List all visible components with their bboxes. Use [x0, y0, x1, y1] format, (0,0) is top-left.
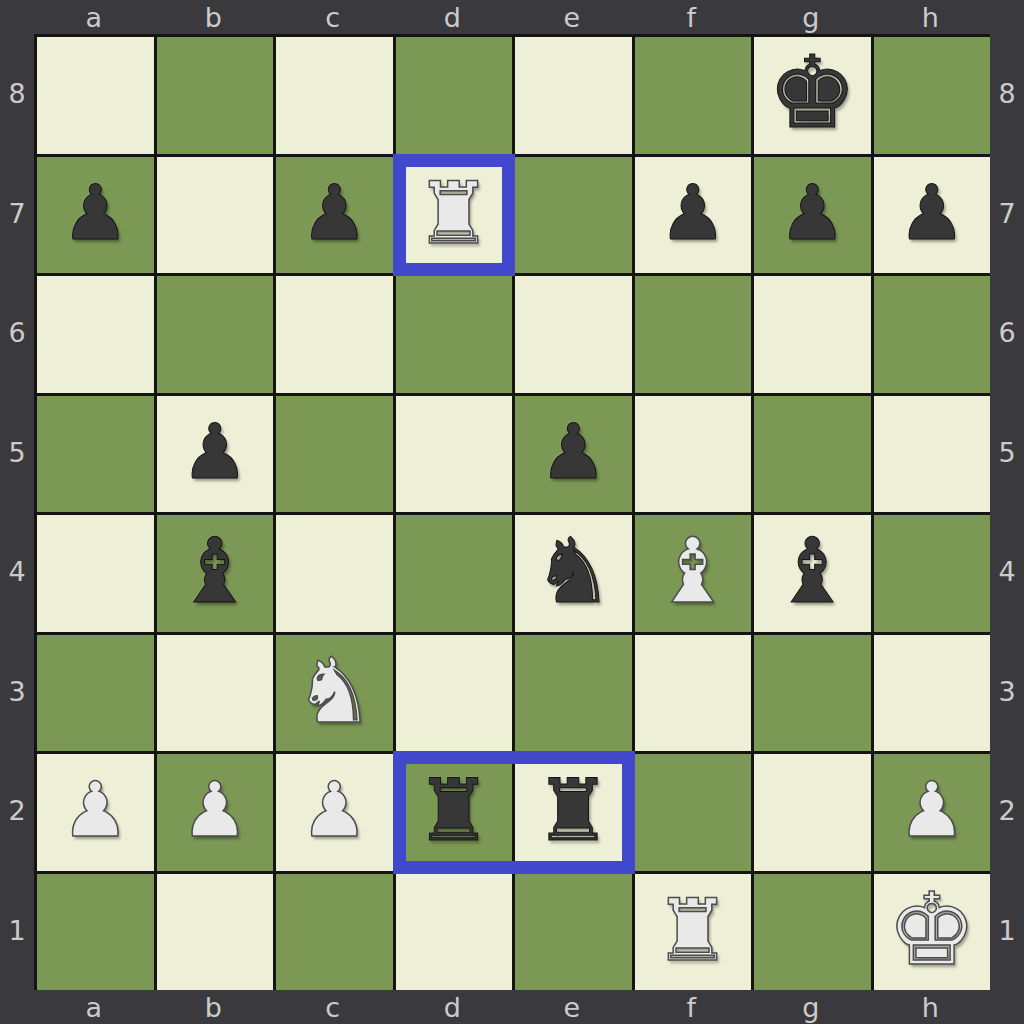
white-rook-d7[interactable]: ♜ — [415, 170, 492, 256]
black-pawn-e5[interactable]: ♟ — [539, 414, 607, 490]
square-g1[interactable] — [754, 874, 871, 991]
white-knight-c3[interactable]: ♞ — [294, 646, 375, 736]
square-g8[interactable]: ♚ — [754, 37, 871, 154]
rank-label-8: 8 — [990, 34, 1024, 154]
file-label-f: f — [632, 0, 752, 34]
square-c3[interactable]: ♞ — [276, 635, 393, 752]
file-label-d: d — [393, 0, 513, 34]
chess-board: ♚♟♟♜♟♟♟♟♟♝♞♝♝♞♟♟♟♜♜♟♜♚ — [34, 34, 990, 990]
rank-label-7: 7 — [990, 154, 1024, 274]
square-g2[interactable] — [754, 754, 871, 871]
square-a3[interactable] — [37, 635, 154, 752]
white-pawn-h2[interactable]: ♟ — [898, 772, 966, 848]
square-f2[interactable] — [635, 754, 752, 871]
file-label-d: d — [393, 990, 513, 1024]
rank-label-2: 2 — [990, 751, 1024, 871]
square-c2[interactable]: ♟ — [276, 754, 393, 871]
square-c8[interactable] — [276, 37, 393, 154]
file-labels-top: abcdefgh — [34, 0, 990, 34]
white-pawn-a2[interactable]: ♟ — [61, 772, 129, 848]
square-a1[interactable] — [37, 874, 154, 991]
square-h2[interactable]: ♟ — [874, 754, 991, 871]
black-bishop-g4[interactable]: ♝ — [772, 526, 853, 616]
square-c1[interactable] — [276, 874, 393, 991]
file-label-g: g — [751, 990, 871, 1024]
black-pawn-b5[interactable]: ♟ — [181, 414, 249, 490]
rank-label-5: 5 — [0, 393, 34, 513]
square-f1[interactable]: ♜ — [635, 874, 752, 991]
square-g6[interactable] — [754, 276, 871, 393]
square-e6[interactable] — [515, 276, 632, 393]
square-a8[interactable] — [37, 37, 154, 154]
square-g7[interactable]: ♟ — [754, 157, 871, 274]
square-b2[interactable]: ♟ — [157, 754, 274, 871]
square-f3[interactable] — [635, 635, 752, 752]
file-label-h: h — [871, 990, 991, 1024]
rank-label-6: 6 — [990, 273, 1024, 393]
square-c5[interactable] — [276, 396, 393, 513]
square-a7[interactable]: ♟ — [37, 157, 154, 274]
file-label-e: e — [512, 990, 632, 1024]
white-king-h1[interactable]: ♚ — [887, 880, 977, 980]
file-label-f: f — [632, 990, 752, 1024]
square-d6[interactable] — [396, 276, 513, 393]
square-f8[interactable] — [635, 37, 752, 154]
black-pawn-f7[interactable]: ♟ — [659, 175, 727, 251]
square-g4[interactable]: ♝ — [754, 515, 871, 632]
rank-label-3: 3 — [0, 632, 34, 752]
file-label-e: e — [512, 0, 632, 34]
black-knight-e4[interactable]: ♞ — [533, 526, 614, 616]
square-d1[interactable] — [396, 874, 513, 991]
square-e2[interactable]: ♜ — [515, 754, 632, 871]
square-d7[interactable]: ♜ — [396, 157, 513, 274]
rank-label-5: 5 — [990, 393, 1024, 513]
file-label-b: b — [154, 0, 274, 34]
white-bishop-f4[interactable]: ♝ — [652, 526, 733, 616]
rank-label-4: 4 — [990, 512, 1024, 632]
square-d3[interactable] — [396, 635, 513, 752]
square-b6[interactable] — [157, 276, 274, 393]
square-d4[interactable] — [396, 515, 513, 632]
rank-label-3: 3 — [990, 632, 1024, 752]
white-pawn-c2[interactable]: ♟ — [300, 772, 368, 848]
black-pawn-h7[interactable]: ♟ — [898, 175, 966, 251]
square-f7[interactable]: ♟ — [635, 157, 752, 274]
file-labels-bottom: abcdefgh — [34, 990, 990, 1024]
board-frame: abcdefgh abcdefgh 87654321 87654321 ♚♟♟♜… — [0, 0, 1024, 1024]
square-c4[interactable] — [276, 515, 393, 632]
file-label-h: h — [871, 0, 991, 34]
black-rook-d2[interactable]: ♜ — [415, 767, 492, 853]
square-a5[interactable] — [37, 396, 154, 513]
file-label-b: b — [154, 990, 274, 1024]
square-e8[interactable] — [515, 37, 632, 154]
file-label-g: g — [751, 0, 871, 34]
rank-label-4: 4 — [0, 512, 34, 632]
square-e4[interactable]: ♞ — [515, 515, 632, 632]
square-b3[interactable] — [157, 635, 274, 752]
square-e1[interactable] — [515, 874, 632, 991]
square-b7[interactable] — [157, 157, 274, 274]
square-h6[interactable] — [874, 276, 991, 393]
file-label-a: a — [34, 990, 154, 1024]
black-pawn-a7[interactable]: ♟ — [61, 175, 129, 251]
black-pawn-c7[interactable]: ♟ — [300, 175, 368, 251]
black-king-g8[interactable]: ♚ — [767, 43, 857, 143]
square-b4[interactable]: ♝ — [157, 515, 274, 632]
square-b1[interactable] — [157, 874, 274, 991]
square-e3[interactable] — [515, 635, 632, 752]
rank-label-8: 8 — [0, 34, 34, 154]
rank-label-1: 1 — [990, 871, 1024, 991]
square-c6[interactable] — [276, 276, 393, 393]
square-a6[interactable] — [37, 276, 154, 393]
square-f6[interactable] — [635, 276, 752, 393]
square-e7[interactable] — [515, 157, 632, 274]
black-bishop-b4[interactable]: ♝ — [174, 526, 255, 616]
square-g5[interactable] — [754, 396, 871, 513]
square-h1[interactable]: ♚ — [874, 874, 991, 991]
square-f5[interactable] — [635, 396, 752, 513]
square-e5[interactable]: ♟ — [515, 396, 632, 513]
square-g3[interactable] — [754, 635, 871, 752]
square-d8[interactable] — [396, 37, 513, 154]
file-label-c: c — [273, 0, 393, 34]
square-b8[interactable] — [157, 37, 274, 154]
file-label-c: c — [273, 990, 393, 1024]
rank-label-1: 1 — [0, 871, 34, 991]
rank-label-2: 2 — [0, 751, 34, 871]
rank-labels-right: 87654321 — [990, 34, 1024, 990]
rank-labels-left: 87654321 — [0, 34, 34, 990]
white-rook-f1[interactable]: ♜ — [654, 887, 731, 973]
square-h4[interactable] — [874, 515, 991, 632]
square-a2[interactable]: ♟ — [37, 754, 154, 871]
rank-label-6: 6 — [0, 273, 34, 393]
square-c7[interactable]: ♟ — [276, 157, 393, 274]
square-f4[interactable]: ♝ — [635, 515, 752, 632]
square-d2[interactable]: ♜ — [396, 754, 513, 871]
file-label-a: a — [34, 0, 154, 34]
square-h7[interactable]: ♟ — [874, 157, 991, 274]
square-b5[interactable]: ♟ — [157, 396, 274, 513]
square-d5[interactable] — [396, 396, 513, 513]
square-a4[interactable] — [37, 515, 154, 632]
square-h8[interactable] — [874, 37, 991, 154]
black-rook-e2[interactable]: ♜ — [535, 767, 612, 853]
square-h5[interactable] — [874, 396, 991, 513]
square-h3[interactable] — [874, 635, 991, 752]
black-pawn-g7[interactable]: ♟ — [778, 175, 846, 251]
rank-label-7: 7 — [0, 154, 34, 274]
white-pawn-b2[interactable]: ♟ — [181, 772, 249, 848]
